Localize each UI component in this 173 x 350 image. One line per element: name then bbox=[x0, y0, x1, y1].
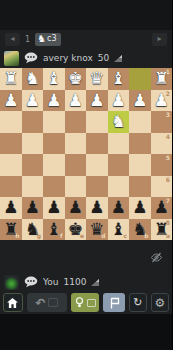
player-rating: 1100 bbox=[64, 277, 87, 287]
square-g1[interactable]: ♞ bbox=[22, 68, 44, 90]
home-button[interactable] bbox=[3, 293, 23, 312]
white-pawn-c2[interactable]: ♟ bbox=[111, 92, 126, 109]
square-h8[interactable]: h♜ bbox=[0, 219, 22, 241]
file-label-f: f bbox=[60, 233, 63, 239]
square-c2[interactable]: ♟ bbox=[108, 90, 130, 112]
rank-label-6: 6 bbox=[166, 177, 170, 183]
square-g2[interactable]: ♟ bbox=[22, 90, 44, 112]
square-f5[interactable] bbox=[43, 154, 65, 176]
square-d7[interactable]: ♟ bbox=[86, 197, 108, 219]
white-pawn-e2[interactable]: ♟ bbox=[68, 92, 83, 109]
square-f3[interactable] bbox=[43, 111, 65, 133]
square-g5[interactable] bbox=[22, 154, 44, 176]
square-d5[interactable] bbox=[86, 154, 108, 176]
square-g6[interactable] bbox=[22, 176, 44, 198]
square-b4[interactable] bbox=[129, 133, 151, 155]
square-h3[interactable] bbox=[0, 111, 22, 133]
square-d3[interactable] bbox=[86, 111, 108, 133]
bottom-strip bbox=[0, 314, 172, 350]
square-g8[interactable]: g♞ bbox=[22, 219, 44, 241]
white-pawn-f2[interactable]: ♟ bbox=[46, 92, 61, 109]
square-b1[interactable] bbox=[129, 68, 151, 90]
rating-trend-icon bbox=[114, 55, 122, 62]
file-label-h: h bbox=[15, 233, 19, 239]
square-c6[interactable] bbox=[108, 176, 130, 198]
white-pawn-g2[interactable]: ♟ bbox=[25, 92, 40, 109]
undo-arrow-icon: ↶ bbox=[35, 297, 45, 309]
square-d4[interactable] bbox=[86, 133, 108, 155]
square-b7[interactable]: ♟ bbox=[129, 197, 151, 219]
file-label-d: d bbox=[101, 233, 105, 239]
opponent-rating: 50 bbox=[98, 53, 109, 63]
eye-off-icon[interactable] bbox=[150, 249, 163, 268]
square-b8[interactable]: b♞ bbox=[129, 219, 151, 241]
square-e4[interactable] bbox=[65, 133, 87, 155]
square-c7[interactable]: ♟ bbox=[108, 197, 130, 219]
white-bishop-f1[interactable]: ♝ bbox=[46, 70, 61, 87]
square-a8[interactable]: 8a♜ bbox=[151, 219, 173, 241]
square-c5[interactable] bbox=[108, 154, 130, 176]
player-row: You 1100 bbox=[0, 273, 172, 291]
white-knight-g1[interactable]: ♞ bbox=[25, 70, 40, 87]
black-pawn-h7[interactable]: ♟ bbox=[3, 199, 18, 216]
resign-flag-button[interactable] bbox=[103, 293, 124, 312]
coach-bubble-icon bbox=[87, 299, 96, 307]
opponent-row: avery knox 50 bbox=[0, 48, 172, 68]
square-h6[interactable] bbox=[0, 176, 22, 198]
white-pawn-h2[interactable]: ♟ bbox=[3, 92, 18, 109]
chess-board[interactable]: ♜♞♝♚♛♝1♜♟♟♟♟♟♟♟2♟♞3456♟♟♟♟♟♟♟7♟h♜g♞f♝e♚d… bbox=[0, 68, 172, 240]
file-label-g: g bbox=[37, 233, 41, 239]
rank-label-1: 1 bbox=[166, 69, 170, 75]
square-a6[interactable]: 6 bbox=[151, 176, 173, 198]
square-b5[interactable] bbox=[129, 154, 151, 176]
opponent-name: avery knox bbox=[43, 53, 93, 63]
takeback-button[interactable]: ↶ bbox=[27, 293, 67, 312]
file-label-a: a bbox=[166, 233, 170, 239]
rank-label-5: 5 bbox=[166, 155, 170, 161]
white-pawn-d2[interactable]: ♟ bbox=[89, 92, 104, 109]
rank-label-8: 8 bbox=[166, 220, 170, 226]
white-pawn-b2[interactable]: ♟ bbox=[132, 92, 147, 109]
square-b2[interactable]: ♟ bbox=[129, 90, 151, 112]
file-label-c: c bbox=[123, 233, 127, 239]
hint-button[interactable] bbox=[71, 293, 100, 312]
chat-bubble-icon[interactable] bbox=[24, 52, 38, 64]
current-move-pill[interactable]: ♞ c3 bbox=[35, 33, 60, 46]
rematch-button[interactable]: ↻ bbox=[129, 293, 147, 312]
square-a2[interactable]: 2♟ bbox=[151, 90, 173, 112]
white-queen-d1[interactable]: ♛ bbox=[89, 70, 104, 87]
rank-label-7: 7 bbox=[166, 198, 170, 204]
white-rook-h1[interactable]: ♜ bbox=[3, 70, 18, 87]
square-d6[interactable] bbox=[86, 176, 108, 198]
square-e7[interactable]: ♟ bbox=[65, 197, 87, 219]
player-name: You bbox=[43, 277, 59, 287]
black-pawn-e7[interactable]: ♟ bbox=[68, 199, 83, 216]
square-c1[interactable]: ♝ bbox=[108, 68, 130, 90]
black-pawn-f7[interactable]: ♟ bbox=[46, 199, 61, 216]
square-h4[interactable] bbox=[0, 133, 22, 155]
board-preview-icon bbox=[48, 298, 58, 307]
square-a5[interactable]: 5 bbox=[151, 154, 173, 176]
chat-bubble-icon[interactable] bbox=[24, 276, 38, 288]
square-c4[interactable] bbox=[108, 133, 130, 155]
move-label: c3 bbox=[47, 35, 57, 43]
chess-app: ◂ 1 ♞ c3 ▸ avery knox 50 bbox=[0, 0, 172, 350]
square-e6[interactable] bbox=[65, 176, 87, 198]
lightbulb-icon bbox=[75, 297, 84, 308]
player-avatar[interactable] bbox=[4, 275, 19, 290]
prev-move-button[interactable]: ◂ bbox=[5, 33, 20, 46]
square-e2[interactable]: ♟ bbox=[65, 90, 87, 112]
square-h5[interactable] bbox=[0, 154, 22, 176]
square-f2[interactable]: ♟ bbox=[43, 90, 65, 112]
square-e5[interactable] bbox=[65, 154, 87, 176]
square-f4[interactable] bbox=[43, 133, 65, 155]
knight-piece-icon: ♞ bbox=[37, 34, 46, 44]
prev-arrow-icon: ◂ bbox=[10, 35, 14, 43]
square-e8[interactable]: e♚ bbox=[65, 219, 87, 241]
square-g4[interactable] bbox=[22, 133, 44, 155]
square-g3[interactable] bbox=[22, 111, 44, 133]
square-f1[interactable]: ♝ bbox=[43, 68, 65, 90]
rank-label-2: 2 bbox=[166, 91, 170, 97]
square-c3[interactable]: ♞ bbox=[108, 111, 130, 133]
opponent-avatar[interactable] bbox=[4, 51, 19, 66]
top-strip bbox=[0, 0, 172, 30]
square-a4[interactable]: 4 bbox=[151, 133, 173, 155]
next-move-button[interactable]: ▸ bbox=[152, 33, 167, 46]
gear-icon: ⚙ bbox=[155, 297, 166, 309]
square-b3[interactable] bbox=[129, 111, 151, 133]
square-a1[interactable]: 1♜ bbox=[151, 68, 173, 90]
square-g7[interactable]: ♟ bbox=[22, 197, 44, 219]
rank-label-3: 3 bbox=[166, 112, 170, 118]
square-h1[interactable]: ♜ bbox=[0, 68, 22, 90]
square-h7[interactable]: ♟ bbox=[0, 197, 22, 219]
square-e3[interactable] bbox=[65, 111, 87, 133]
refresh-icon: ↻ bbox=[133, 297, 142, 308]
move-number: 1 bbox=[25, 35, 30, 44]
white-king-e1[interactable]: ♚ bbox=[68, 70, 83, 87]
under-board-strip bbox=[0, 240, 172, 273]
square-d2[interactable]: ♟ bbox=[86, 90, 108, 112]
square-f8[interactable]: f♝ bbox=[43, 219, 65, 241]
black-pawn-g7[interactable]: ♟ bbox=[25, 199, 40, 216]
black-pawn-c7[interactable]: ♟ bbox=[111, 199, 126, 216]
white-knight-c3[interactable]: ♞ bbox=[111, 113, 126, 130]
square-d8[interactable]: d♛ bbox=[86, 219, 108, 241]
rank-label-4: 4 bbox=[166, 134, 170, 140]
black-pawn-d7[interactable]: ♟ bbox=[89, 199, 104, 216]
bottom-toolbar: ↶ ↻ ⚙ bbox=[0, 291, 172, 314]
next-arrow-icon: ▸ bbox=[157, 35, 161, 43]
square-c8[interactable]: c♝ bbox=[108, 219, 130, 241]
square-d1[interactable]: ♛ bbox=[86, 68, 108, 90]
square-e1[interactable]: ♚ bbox=[65, 68, 87, 90]
settings-button[interactable]: ⚙ bbox=[151, 293, 169, 312]
white-bishop-c1[interactable]: ♝ bbox=[111, 70, 126, 87]
move-nav-row: ◂ 1 ♞ c3 ▸ bbox=[0, 30, 172, 48]
rating-trend-icon bbox=[91, 279, 99, 286]
file-label-e: e bbox=[80, 233, 84, 239]
square-b6[interactable] bbox=[129, 176, 151, 198]
square-a3[interactable]: 3 bbox=[151, 111, 173, 133]
black-pawn-b7[interactable]: ♟ bbox=[132, 199, 147, 216]
square-a7[interactable]: 7♟ bbox=[151, 197, 173, 219]
square-f6[interactable] bbox=[43, 176, 65, 198]
square-f7[interactable]: ♟ bbox=[43, 197, 65, 219]
home-icon bbox=[7, 298, 18, 308]
flag-icon bbox=[109, 297, 120, 309]
square-h2[interactable]: ♟ bbox=[0, 90, 22, 112]
file-label-b: b bbox=[144, 233, 148, 239]
